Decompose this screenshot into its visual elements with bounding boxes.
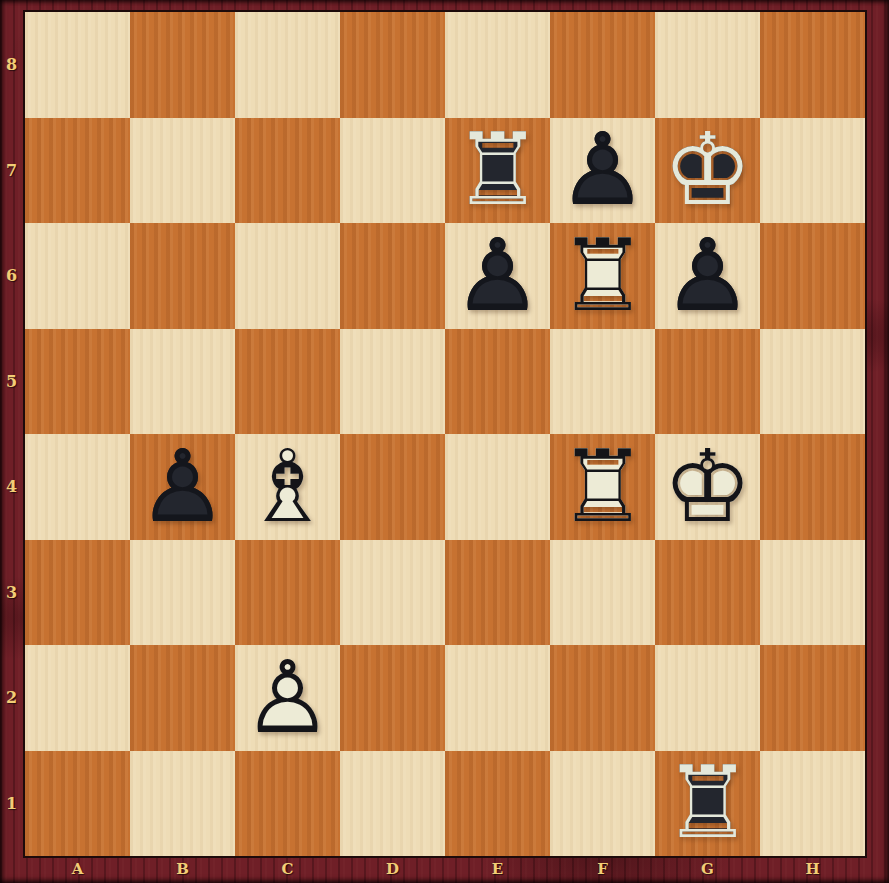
file-label-b: B xyxy=(130,857,235,881)
file-label-c: C xyxy=(235,857,340,881)
square-f8[interactable] xyxy=(550,12,655,118)
rank-label-4: 4 xyxy=(0,434,23,540)
square-a5[interactable] xyxy=(25,329,130,435)
white-king[interactable]: ♚♔ xyxy=(658,437,758,537)
rank-label-5: 5 xyxy=(0,329,23,435)
square-f1[interactable] xyxy=(550,751,655,857)
square-h3[interactable] xyxy=(760,540,865,646)
piece-line: ♙ xyxy=(238,648,338,748)
piece-line: ♗ xyxy=(238,437,338,537)
piece-line: ♔ xyxy=(658,120,758,220)
square-e6[interactable]: ♟♙ xyxy=(445,223,550,329)
square-e5[interactable] xyxy=(445,329,550,435)
black-pawn[interactable]: ♟♙ xyxy=(133,437,233,537)
piece-line: ♔ xyxy=(658,437,758,537)
black-king[interactable]: ♚♔ xyxy=(658,120,758,220)
file-label-f: F xyxy=(550,857,655,881)
square-a3[interactable] xyxy=(25,540,130,646)
piece-line: ♖ xyxy=(553,226,653,326)
square-h5[interactable] xyxy=(760,329,865,435)
square-c2[interactable]: ♟♙ xyxy=(235,645,340,751)
file-label-g: G xyxy=(655,857,760,881)
square-b2[interactable] xyxy=(130,645,235,751)
piece-line: ♙ xyxy=(448,226,548,326)
chess-board: ♜♖♟♙♚♔♟♙♜♖♟♙♟♙♝♗♜♖♚♔♟♙♜♖ xyxy=(23,10,867,858)
square-b3[interactable] xyxy=(130,540,235,646)
square-d7[interactable] xyxy=(340,118,445,224)
square-g4[interactable]: ♚♔ xyxy=(655,434,760,540)
square-d2[interactable] xyxy=(340,645,445,751)
square-b8[interactable] xyxy=(130,12,235,118)
piece-line: ♙ xyxy=(553,120,653,220)
square-f5[interactable] xyxy=(550,329,655,435)
rank-label-6: 6 xyxy=(0,223,23,329)
square-e2[interactable] xyxy=(445,645,550,751)
square-e3[interactable] xyxy=(445,540,550,646)
rank-label-2: 2 xyxy=(0,645,23,751)
square-g1[interactable]: ♜♖ xyxy=(655,751,760,857)
rank-label-3: 3 xyxy=(0,540,23,646)
square-h8[interactable] xyxy=(760,12,865,118)
piece-line: ♙ xyxy=(658,226,758,326)
chess-board-frame: ♜♖♟♙♚♔♟♙♜♖♟♙♟♙♝♗♜♖♚♔♟♙♜♖ 87654321 ABCDEF… xyxy=(0,0,889,883)
square-d8[interactable] xyxy=(340,12,445,118)
square-a6[interactable] xyxy=(25,223,130,329)
square-g8[interactable] xyxy=(655,12,760,118)
rank-label-8: 8 xyxy=(0,12,23,118)
square-g3[interactable] xyxy=(655,540,760,646)
square-a1[interactable] xyxy=(25,751,130,857)
square-g2[interactable] xyxy=(655,645,760,751)
square-f7[interactable]: ♟♙ xyxy=(550,118,655,224)
square-b1[interactable] xyxy=(130,751,235,857)
square-h7[interactable] xyxy=(760,118,865,224)
square-h2[interactable] xyxy=(760,645,865,751)
white-rook[interactable]: ♜♖ xyxy=(553,226,653,326)
square-f4[interactable]: ♜♖ xyxy=(550,434,655,540)
square-d1[interactable] xyxy=(340,751,445,857)
white-pawn[interactable]: ♟♙ xyxy=(238,648,338,748)
square-c8[interactable] xyxy=(235,12,340,118)
square-a7[interactable] xyxy=(25,118,130,224)
square-c5[interactable] xyxy=(235,329,340,435)
square-b4[interactable]: ♟♙ xyxy=(130,434,235,540)
square-b5[interactable] xyxy=(130,329,235,435)
white-bishop[interactable]: ♝♗ xyxy=(238,437,338,537)
black-pawn[interactable]: ♟♙ xyxy=(553,120,653,220)
black-pawn[interactable]: ♟♙ xyxy=(658,226,758,326)
square-e8[interactable] xyxy=(445,12,550,118)
square-c7[interactable] xyxy=(235,118,340,224)
white-rook[interactable]: ♜♖ xyxy=(553,437,653,537)
square-c1[interactable] xyxy=(235,751,340,857)
square-d6[interactable] xyxy=(340,223,445,329)
black-pawn[interactable]: ♟♙ xyxy=(448,226,548,326)
square-f2[interactable] xyxy=(550,645,655,751)
file-label-h: H xyxy=(760,857,865,881)
piece-line: ♖ xyxy=(658,753,758,853)
square-d5[interactable] xyxy=(340,329,445,435)
piece-line: ♖ xyxy=(553,437,653,537)
square-a8[interactable] xyxy=(25,12,130,118)
square-h1[interactable] xyxy=(760,751,865,857)
square-a2[interactable] xyxy=(25,645,130,751)
square-c6[interactable] xyxy=(235,223,340,329)
square-f6[interactable]: ♜♖ xyxy=(550,223,655,329)
rank-label-7: 7 xyxy=(0,118,23,224)
square-b6[interactable] xyxy=(130,223,235,329)
file-label-e: E xyxy=(445,857,550,881)
file-label-d: D xyxy=(340,857,445,881)
square-e1[interactable] xyxy=(445,751,550,857)
square-g7[interactable]: ♚♔ xyxy=(655,118,760,224)
square-c4[interactable]: ♝♗ xyxy=(235,434,340,540)
file-label-a: A xyxy=(25,857,130,881)
piece-line: ♖ xyxy=(448,120,548,220)
square-b7[interactable] xyxy=(130,118,235,224)
square-a4[interactable] xyxy=(25,434,130,540)
square-d4[interactable] xyxy=(340,434,445,540)
black-rook[interactable]: ♜♖ xyxy=(448,120,548,220)
square-g5[interactable] xyxy=(655,329,760,435)
square-h4[interactable] xyxy=(760,434,865,540)
black-rook[interactable]: ♜♖ xyxy=(658,753,758,853)
square-g6[interactable]: ♟♙ xyxy=(655,223,760,329)
square-e7[interactable]: ♜♖ xyxy=(445,118,550,224)
square-e4[interactable] xyxy=(445,434,550,540)
square-f3[interactable] xyxy=(550,540,655,646)
piece-line: ♙ xyxy=(133,437,233,537)
square-d3[interactable] xyxy=(340,540,445,646)
rank-label-1: 1 xyxy=(0,751,23,857)
square-h6[interactable] xyxy=(760,223,865,329)
square-c3[interactable] xyxy=(235,540,340,646)
